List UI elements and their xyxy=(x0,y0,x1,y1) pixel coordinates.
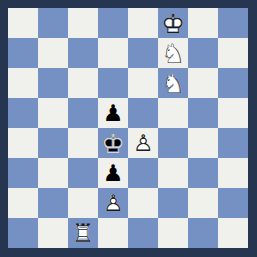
square-b6[interactable] xyxy=(38,68,68,98)
pawn-glyph-fill: ♟ xyxy=(98,158,128,188)
black-pawn[interactable]: ♟♙ xyxy=(98,98,128,128)
square-g4[interactable] xyxy=(188,128,218,158)
square-a8[interactable] xyxy=(8,8,38,38)
square-e2[interactable] xyxy=(128,188,158,218)
pawn-glyph-outline: ♙ xyxy=(98,188,128,218)
square-f8[interactable]: ♚♔ xyxy=(158,8,188,38)
black-king[interactable]: ♚♔ xyxy=(98,128,128,158)
square-h4[interactable] xyxy=(218,128,248,158)
square-e5[interactable] xyxy=(128,98,158,128)
square-b7[interactable] xyxy=(38,38,68,68)
square-d1[interactable] xyxy=(98,218,128,248)
square-f1[interactable] xyxy=(158,218,188,248)
square-a2[interactable] xyxy=(8,188,38,218)
square-d3[interactable]: ♟♙ xyxy=(98,158,128,188)
rook-glyph-outline: ♖ xyxy=(68,218,98,248)
square-b1[interactable] xyxy=(38,218,68,248)
square-g1[interactable] xyxy=(188,218,218,248)
square-g7[interactable] xyxy=(188,38,218,68)
square-g5[interactable] xyxy=(188,98,218,128)
white-knight[interactable]: ♞♘ xyxy=(158,38,188,68)
pawn-glyph-outline: ♙ xyxy=(128,128,158,158)
white-pawn[interactable]: ♟♙ xyxy=(128,128,158,158)
knight-glyph-outline: ♘ xyxy=(158,68,188,98)
square-a6[interactable] xyxy=(8,68,38,98)
square-b8[interactable] xyxy=(38,8,68,38)
square-f5[interactable] xyxy=(158,98,188,128)
white-king[interactable]: ♚♔ xyxy=(158,8,188,38)
square-d6[interactable] xyxy=(98,68,128,98)
square-h1[interactable] xyxy=(218,218,248,248)
square-h2[interactable] xyxy=(218,188,248,218)
screenshot-stage: ♚♔♞♘♞♘♟♙♚♔♟♙♟♙♟♙♜♖ xyxy=(0,0,257,257)
square-f4[interactable] xyxy=(158,128,188,158)
square-h8[interactable] xyxy=(218,8,248,38)
square-c8[interactable] xyxy=(68,8,98,38)
square-f3[interactable] xyxy=(158,158,188,188)
black-pawn[interactable]: ♟♙ xyxy=(98,158,128,188)
white-rook[interactable]: ♜♖ xyxy=(68,218,98,248)
square-g2[interactable] xyxy=(188,188,218,218)
square-f7[interactable]: ♞♘ xyxy=(158,38,188,68)
square-a5[interactable] xyxy=(8,98,38,128)
square-g6[interactable] xyxy=(188,68,218,98)
square-d5[interactable]: ♟♙ xyxy=(98,98,128,128)
square-e7[interactable] xyxy=(128,38,158,68)
square-d7[interactable] xyxy=(98,38,128,68)
square-d8[interactable] xyxy=(98,8,128,38)
square-a1[interactable] xyxy=(8,218,38,248)
square-a7[interactable] xyxy=(8,38,38,68)
square-h7[interactable] xyxy=(218,38,248,68)
chess-board: ♚♔♞♘♞♘♟♙♚♔♟♙♟♙♟♙♜♖ xyxy=(8,8,248,248)
square-e1[interactable] xyxy=(128,218,158,248)
square-f2[interactable] xyxy=(158,188,188,218)
square-e3[interactable] xyxy=(128,158,158,188)
knight-glyph-outline: ♘ xyxy=(158,38,188,68)
square-f6[interactable]: ♞♘ xyxy=(158,68,188,98)
king-glyph-outline: ♔ xyxy=(158,8,188,38)
square-c6[interactable] xyxy=(68,68,98,98)
square-c4[interactable] xyxy=(68,128,98,158)
square-b4[interactable] xyxy=(38,128,68,158)
square-b3[interactable] xyxy=(38,158,68,188)
square-c1[interactable]: ♜♖ xyxy=(68,218,98,248)
square-e8[interactable] xyxy=(128,8,158,38)
square-h5[interactable] xyxy=(218,98,248,128)
board-frame: ♚♔♞♘♞♘♟♙♚♔♟♙♟♙♟♙♜♖ xyxy=(0,0,257,257)
pawn-glyph-fill: ♟ xyxy=(98,98,128,128)
square-c2[interactable] xyxy=(68,188,98,218)
square-a4[interactable] xyxy=(8,128,38,158)
square-b5[interactable] xyxy=(38,98,68,128)
white-pawn[interactable]: ♟♙ xyxy=(98,188,128,218)
king-glyph-outline: ♔ xyxy=(98,128,128,158)
square-b2[interactable] xyxy=(38,188,68,218)
square-d4[interactable]: ♚♔ xyxy=(98,128,128,158)
square-c7[interactable] xyxy=(68,38,98,68)
square-c5[interactable] xyxy=(68,98,98,128)
square-h3[interactable] xyxy=(218,158,248,188)
square-g8[interactable] xyxy=(188,8,218,38)
white-knight[interactable]: ♞♘ xyxy=(158,68,188,98)
square-d2[interactable]: ♟♙ xyxy=(98,188,128,218)
square-e6[interactable] xyxy=(128,68,158,98)
square-a3[interactable] xyxy=(8,158,38,188)
square-e4[interactable]: ♟♙ xyxy=(128,128,158,158)
square-h6[interactable] xyxy=(218,68,248,98)
square-g3[interactable] xyxy=(188,158,218,188)
square-c3[interactable] xyxy=(68,158,98,188)
